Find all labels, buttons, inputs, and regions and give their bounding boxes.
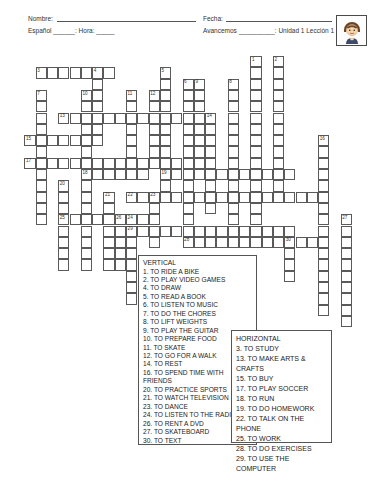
crossword-cell[interactable] (194, 101, 205, 112)
crossword-cell[interactable] (92, 169, 103, 180)
crossword-cell[interactable] (70, 214, 81, 225)
crossword-cell[interactable] (318, 226, 329, 237)
crossword-cell[interactable] (250, 124, 261, 135)
crossword-cell[interactable]: 5 (160, 67, 171, 78)
crossword-cell[interactable] (126, 169, 137, 180)
crossword-cell[interactable] (250, 101, 261, 112)
crossword-cell[interactable] (228, 226, 239, 237)
crossword-cell[interactable] (36, 135, 47, 146)
crossword-cell[interactable] (273, 169, 284, 180)
clue-number: 12 (150, 91, 155, 96)
crossword-cell[interactable]: 26 (115, 214, 126, 225)
crossword-cell[interactable] (126, 259, 137, 270)
crossword-cell[interactable] (228, 192, 239, 203)
crossword-cell[interactable] (92, 158, 103, 169)
crossword-cell[interactable] (194, 135, 205, 146)
crossword-cell[interactable] (318, 248, 329, 259)
crossword-cell[interactable] (160, 158, 171, 169)
crossword-cell[interactable] (250, 113, 261, 124)
crossword-cell[interactable] (273, 124, 284, 135)
crossword-cell[interactable]: 3 (36, 67, 47, 78)
crossword-cell[interactable] (81, 237, 92, 248)
crossword-cell[interactable] (92, 135, 103, 146)
crossword-cell[interactable] (92, 79, 103, 90)
crossword-cell[interactable] (250, 180, 261, 191)
crossword-cell[interactable] (115, 226, 126, 237)
crossword-cell[interactable] (70, 158, 81, 169)
clue-number: 6 (184, 79, 187, 84)
crossword-cell[interactable]: 22 (126, 192, 137, 203)
crossword-cell[interactable]: 6 (183, 79, 194, 90)
crossword-cell[interactable] (115, 259, 126, 270)
crossword-cell[interactable] (36, 214, 47, 225)
crossword-cell[interactable] (58, 248, 69, 259)
crossword-cell[interactable] (58, 67, 69, 78)
crossword-cell[interactable] (160, 113, 171, 124)
crossword-cell[interactable] (296, 192, 307, 203)
clue-line: 28. TO DO EXERCISES (236, 444, 328, 454)
crossword-cell[interactable] (126, 158, 137, 169)
crossword-cell[interactable] (273, 158, 284, 169)
crossword-cell[interactable] (284, 248, 295, 259)
crossword-cell[interactable] (341, 316, 352, 327)
crossword-cell[interactable] (70, 67, 81, 78)
crossword-cell[interactable]: 2 (273, 56, 284, 67)
crossword-cell[interactable] (273, 146, 284, 157)
crossword-cell[interactable] (250, 214, 261, 225)
crossword-cell[interactable] (160, 180, 171, 191)
crossword-cell[interactable] (273, 180, 284, 191)
crossword-cell[interactable] (160, 226, 171, 237)
crossword-cell[interactable] (81, 135, 92, 146)
crossword-cell[interactable] (36, 203, 47, 214)
crossword-cell[interactable] (81, 203, 92, 214)
crossword-cell[interactable] (262, 226, 273, 237)
crossword-cell[interactable] (183, 192, 194, 203)
crossword-cell[interactable] (273, 192, 284, 203)
crossword-cell[interactable] (216, 192, 227, 203)
crossword-cell[interactable] (103, 158, 114, 169)
crossword-cell[interactable] (318, 192, 329, 203)
crossword-cell[interactable] (137, 169, 148, 180)
crossword-cell[interactable] (183, 169, 194, 180)
crossword-cell[interactable] (103, 169, 114, 180)
crossword-cell[interactable] (36, 180, 47, 191)
crossword-cell[interactable] (239, 169, 250, 180)
crossword-cell[interactable] (250, 158, 261, 169)
crossword-cell[interactable] (103, 203, 114, 214)
crossword-cell[interactable] (228, 169, 239, 180)
crossword-cell[interactable] (250, 237, 261, 248)
crossword-cell[interactable] (183, 135, 194, 146)
crossword-cell[interactable] (149, 226, 160, 237)
crossword-cell[interactable] (149, 203, 160, 214)
crossword-cell[interactable] (250, 67, 261, 78)
crossword-cell[interactable] (239, 237, 250, 248)
crossword-cell[interactable] (341, 305, 352, 316)
clue-line: 25. TO WORK (236, 434, 328, 444)
crossword-cell[interactable] (92, 90, 103, 101)
clue-line: 15. TO BUY (236, 374, 328, 384)
crossword-cell[interactable] (183, 90, 194, 101)
crossword-cell[interactable] (160, 135, 171, 146)
crossword-cell[interactable] (228, 146, 239, 157)
crossword-cell[interactable] (341, 237, 352, 248)
crossword-cell[interactable] (307, 192, 318, 203)
crossword-cell[interactable] (70, 113, 81, 124)
crossword-cell[interactable] (216, 237, 227, 248)
crossword-cell[interactable] (137, 113, 148, 124)
crossword-cell[interactable] (228, 101, 239, 112)
crossword-cell[interactable] (318, 180, 329, 191)
crossword-cell[interactable] (273, 113, 284, 124)
crossword-cell[interactable]: 24 (126, 214, 137, 225)
crossword-cell[interactable] (47, 135, 58, 146)
crossword-cell[interactable] (341, 282, 352, 293)
crossword-cell[interactable] (36, 113, 47, 124)
clue-number: 7 (37, 91, 40, 96)
crossword-cell[interactable] (250, 226, 261, 237)
crossword-cell[interactable] (92, 124, 103, 135)
crossword-cell[interactable] (183, 214, 194, 225)
crossword-cell[interactable] (58, 259, 69, 270)
crossword-cell[interactable]: 21 (103, 192, 114, 203)
crossword-cell[interactable] (126, 293, 137, 304)
crossword-cell[interactable] (126, 237, 137, 248)
crossword-cell[interactable] (341, 259, 352, 270)
crossword-cell[interactable] (318, 282, 329, 293)
crossword-cell[interactable] (126, 271, 137, 282)
crossword-cell[interactable] (250, 192, 261, 203)
crossword-cell[interactable] (194, 192, 205, 203)
crossword-cell[interactable] (239, 226, 250, 237)
crossword-cell[interactable] (36, 192, 47, 203)
crossword-cell[interactable] (341, 226, 352, 237)
crossword-cell[interactable] (103, 113, 114, 124)
crossword-cell[interactable] (318, 259, 329, 270)
crossword-cell[interactable] (81, 101, 92, 112)
crossword-cell[interactable]: 20 (58, 180, 69, 191)
crossword-cell[interactable] (194, 237, 205, 248)
crossword-cell[interactable] (115, 113, 126, 124)
crossword-cell[interactable] (205, 180, 216, 191)
crossword-cell[interactable]: 14 (205, 113, 216, 124)
crossword-cell[interactable] (160, 90, 171, 101)
crossword-cell[interactable] (194, 226, 205, 237)
crossword-cell[interactable] (228, 237, 239, 248)
crossword-cell[interactable] (92, 101, 103, 112)
crossword-cell[interactable]: 1 (250, 56, 261, 67)
crossword-cell[interactable] (205, 192, 216, 203)
crossword-cell[interactable] (273, 101, 284, 112)
crossword-cell[interactable] (149, 101, 160, 112)
crossword-cell[interactable] (115, 237, 126, 248)
crossword-cell[interactable] (58, 192, 69, 203)
crossword-cell[interactable] (160, 124, 171, 135)
crossword-cell[interactable] (284, 226, 295, 237)
crossword-cell[interactable] (228, 135, 239, 146)
crossword-cell[interactable] (58, 237, 69, 248)
crossword-cell[interactable] (81, 214, 92, 225)
clue-line: 8. TO LIFT WEIGHTS (143, 318, 253, 326)
crossword-cell[interactable] (171, 158, 182, 169)
crossword-cell[interactable] (81, 67, 92, 78)
crossword-cell[interactable] (273, 135, 284, 146)
crossword-cell[interactable]: 17 (24, 158, 35, 169)
crossword-cell[interactable] (194, 146, 205, 157)
crossword-cell[interactable] (284, 259, 295, 270)
crossword-cell[interactable] (318, 203, 329, 214)
clue-number: 22 (128, 192, 133, 197)
clue-number: 13 (60, 113, 65, 118)
crossword-cell[interactable] (47, 158, 58, 169)
crossword-cell[interactable] (58, 158, 69, 169)
clue-number: 9 (195, 79, 198, 84)
crossword-cell[interactable] (262, 192, 273, 203)
crossword-cell[interactable] (273, 79, 284, 90)
clue-number: 29 (128, 226, 133, 231)
clue-number: 4 (94, 68, 97, 73)
crossword-cell[interactable] (341, 293, 352, 304)
clue-number: 19 (161, 170, 166, 175)
crossword-cell[interactable] (36, 169, 47, 180)
crossword-cell[interactable] (250, 135, 261, 146)
crossword-cell[interactable] (228, 90, 239, 101)
crossword-cell[interactable] (273, 67, 284, 78)
crossword-cell[interactable] (228, 214, 239, 225)
crossword-cell[interactable] (149, 214, 160, 225)
crossword-cell[interactable] (216, 226, 227, 237)
crossword-cell[interactable] (228, 203, 239, 214)
crossword-cell[interactable] (250, 203, 261, 214)
clue-line: 2. TO PLAY VIDEO GAMES (143, 276, 253, 284)
crossword-cell[interactable]: 30 (284, 237, 295, 248)
crossword-cell[interactable] (81, 180, 92, 191)
crossword-cell[interactable] (183, 124, 194, 135)
crossword-cell[interactable] (160, 79, 171, 90)
crossword-cell[interactable] (228, 124, 239, 135)
crossword-cell[interactable] (81, 226, 92, 237)
crossword-cell[interactable]: 4 (92, 67, 103, 78)
crossword-cell[interactable] (318, 158, 329, 169)
crossword-cell[interactable] (149, 113, 160, 124)
crossword-cell[interactable] (273, 90, 284, 101)
crossword-cell[interactable] (103, 67, 114, 78)
crossword-cell[interactable] (171, 169, 182, 180)
crossword-cell[interactable] (81, 124, 92, 135)
crossword-cell[interactable] (228, 180, 239, 191)
crossword-cell[interactable] (273, 226, 284, 237)
crossword-cell[interactable] (137, 214, 148, 225)
crossword-cell[interactable] (183, 158, 194, 169)
espanol-hora-label: Español ______: Hora: _____ (28, 27, 114, 34)
crossword-cell[interactable] (126, 135, 137, 146)
crossword-cell[interactable] (250, 79, 261, 90)
clue-line: 6. TO LISTEN TO MUSIC (143, 301, 253, 309)
crossword-cell[interactable] (81, 113, 92, 124)
crossword-cell[interactable] (115, 169, 126, 180)
clue-number: 27 (342, 215, 347, 220)
clue-number: 24 (128, 215, 133, 220)
crossword-cell[interactable] (296, 237, 307, 248)
crossword-cell[interactable]: 10 (81, 90, 92, 101)
crossword-cell[interactable] (126, 248, 137, 259)
crossword-cell[interactable] (137, 226, 148, 237)
clue-line: 22. TO TALK ON THE PHONE (236, 414, 328, 434)
crossword-cell[interactable] (228, 113, 239, 124)
crossword-cell[interactable] (341, 248, 352, 259)
crossword-cell[interactable] (115, 248, 126, 259)
clue-number: 18 (82, 170, 87, 175)
crossword-cell[interactable] (194, 124, 205, 135)
crossword-cell[interactable] (137, 192, 148, 203)
crossword-cell[interactable] (183, 146, 194, 157)
clue-line: 4. TO DRAW (143, 284, 253, 292)
crossword-cell[interactable]: 8 (228, 79, 239, 90)
crossword-cell[interactable] (160, 146, 171, 157)
crossword-cell[interactable]: 11 (126, 90, 137, 101)
crossword-cell[interactable] (36, 124, 47, 135)
crossword-cell[interactable] (318, 293, 329, 304)
crossword-cell[interactable] (318, 305, 329, 316)
crossword-cell[interactable] (160, 192, 171, 203)
crossword-cell[interactable] (183, 180, 194, 191)
crossword-cell[interactable]: 12 (149, 90, 160, 101)
crossword-cell[interactable] (81, 248, 92, 259)
crossword-cell[interactable] (126, 101, 137, 112)
crossword-cell[interactable] (183, 101, 194, 112)
crossword-cell[interactable] (47, 67, 58, 78)
crossword-cell[interactable] (81, 158, 92, 169)
crossword-cell[interactable] (149, 158, 160, 169)
crossword-cell[interactable] (250, 169, 261, 180)
crossword-cell[interactable] (183, 226, 194, 237)
crossword-cell[interactable] (284, 192, 295, 203)
crossword-cell[interactable] (284, 169, 295, 180)
crossword-cell[interactable] (318, 271, 329, 282)
crossword-cell[interactable]: 25 (58, 214, 69, 225)
crossword-cell[interactable] (36, 146, 47, 157)
crossword-cell[interactable] (103, 259, 114, 270)
crossword-cell[interactable] (318, 214, 329, 225)
nombre-blank-field[interactable] (57, 15, 196, 22)
crossword-cell[interactable] (183, 203, 194, 214)
crossword-cell[interactable] (103, 248, 114, 259)
crossword-cell[interactable] (284, 271, 295, 282)
crossword-cell[interactable] (36, 101, 47, 112)
crossword-cell[interactable] (126, 282, 137, 293)
crossword-cell[interactable] (149, 146, 160, 157)
crossword-cell[interactable] (228, 158, 239, 169)
crossword-cell[interactable]: 15 (24, 135, 35, 146)
fecha-blank-field[interactable] (226, 15, 332, 22)
crossword-cell[interactable] (171, 226, 182, 237)
crossword-cell[interactable] (149, 135, 160, 146)
crossword-cell[interactable] (194, 169, 205, 180)
clue-number: 14 (207, 113, 212, 118)
fecha-label: Fecha: (203, 15, 223, 22)
crossword-cell[interactable] (126, 146, 137, 157)
crossword-cell[interactable] (126, 124, 137, 135)
crossword-cell[interactable] (137, 158, 148, 169)
crossword-cell[interactable] (81, 146, 92, 157)
crossword-cell[interactable] (92, 113, 103, 124)
crossword-cell[interactable] (262, 169, 273, 180)
crossword-cell[interactable] (126, 113, 137, 124)
crossword-cell[interactable] (149, 237, 160, 248)
crossword-cell[interactable]: 7 (36, 90, 47, 101)
crossword-cell[interactable] (194, 90, 205, 101)
crossword-cell[interactable] (171, 192, 182, 203)
clue-number: 8 (229, 79, 232, 84)
crossword-cell[interactable]: 23 (149, 192, 160, 203)
crossword-cell[interactable] (160, 101, 171, 112)
crossword-cell[interactable] (149, 124, 160, 135)
crossword-cell[interactable] (81, 259, 92, 270)
clue-line: 1. TO RIDE A BIKE (143, 268, 253, 276)
clue-number: 2 (274, 57, 277, 62)
crossword-cell[interactable] (103, 214, 114, 225)
clue-number: 23 (150, 192, 155, 197)
crossword-cell[interactable] (239, 192, 250, 203)
crossword-cell[interactable] (70, 135, 81, 146)
crossword-cell[interactable] (92, 214, 103, 225)
clue-line: 29. TO USE THE COMPUTER (236, 454, 328, 474)
crossword-cell[interactable] (341, 271, 352, 282)
crossword-cell[interactable] (103, 237, 114, 248)
crossword-cell[interactable]: 27 (341, 214, 352, 225)
crossword-cell[interactable] (205, 146, 216, 157)
crossword-cell[interactable] (205, 203, 216, 214)
crossword-cell[interactable] (194, 158, 205, 169)
crossword-cell[interactable]: 28 (183, 237, 194, 248)
crossword-cell[interactable] (318, 146, 329, 157)
crossword-cell[interactable] (216, 169, 227, 180)
crossword-cell[interactable] (58, 203, 69, 214)
crossword-cell[interactable] (58, 226, 69, 237)
crossword-cell[interactable] (81, 192, 92, 203)
crossword-cell[interactable] (318, 169, 329, 180)
crossword-cell[interactable] (307, 237, 318, 248)
crossword-cell[interactable]: 18 (81, 169, 92, 180)
crossword-cell[interactable] (250, 146, 261, 157)
crossword-cell[interactable] (205, 226, 216, 237)
crossword-cell[interactable]: 29 (126, 226, 137, 237)
crossword-cell[interactable] (205, 169, 216, 180)
clue-number: 1 (252, 57, 255, 62)
crossword-cell[interactable] (205, 135, 216, 146)
crossword-cell[interactable]: 16 (318, 135, 329, 146)
crossword-cell[interactable] (103, 226, 114, 237)
clue-number: 30 (286, 237, 291, 242)
crossword-cell[interactable] (58, 135, 69, 146)
crossword-cell[interactable]: 9 (194, 79, 205, 90)
crossword-cell[interactable] (183, 113, 194, 124)
crossword-cell[interactable] (171, 113, 182, 124)
crossword-cell[interactable] (36, 158, 47, 169)
crossword-cell[interactable] (262, 237, 273, 248)
crossword-cell[interactable] (115, 158, 126, 169)
crossword-cell[interactable] (318, 237, 329, 248)
crossword-cell[interactable]: 13 (58, 113, 69, 124)
crossword-cell[interactable] (250, 90, 261, 101)
crossword-cell[interactable] (205, 158, 216, 169)
crossword-cell[interactable]: 19 (160, 169, 171, 180)
crossword-cell[interactable] (205, 237, 216, 248)
crossword-cell[interactable] (205, 124, 216, 135)
crossword-cell[interactable] (273, 237, 284, 248)
crossword-cell[interactable] (194, 113, 205, 124)
